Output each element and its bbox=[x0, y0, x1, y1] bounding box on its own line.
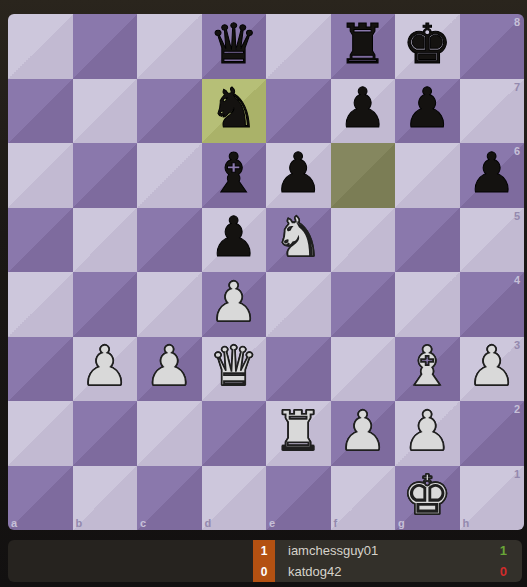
square-b3[interactable]: ♟ bbox=[73, 337, 138, 402]
players-panel: iamchessguy01 1 katdog42 0 bbox=[275, 540, 522, 582]
square-e1[interactable]: e bbox=[266, 466, 331, 531]
square-b7[interactable] bbox=[73, 79, 138, 144]
square-a5[interactable] bbox=[8, 208, 73, 273]
file-label-e: e bbox=[269, 517, 275, 529]
square-e2[interactable]: ♜ bbox=[266, 401, 331, 466]
match-score-block: 1 0 bbox=[253, 540, 275, 582]
square-e6[interactable]: ♟ bbox=[266, 143, 331, 208]
scoreboard: 1 0 iamchessguy01 1 katdog42 0 bbox=[8, 540, 522, 582]
square-b1[interactable]: b bbox=[73, 466, 138, 531]
square-d2[interactable] bbox=[202, 401, 267, 466]
rank-label-8: 8 bbox=[514, 16, 520, 28]
file-label-h: h bbox=[463, 517, 470, 529]
piece-bp-e6[interactable]: ♟ bbox=[274, 146, 323, 201]
square-c2[interactable] bbox=[137, 401, 202, 466]
piece-wp-c3[interactable]: ♟ bbox=[145, 339, 194, 394]
piece-wn-e5[interactable]: ♞ bbox=[274, 210, 323, 265]
piece-bq-d8[interactable]: ♛ bbox=[209, 17, 258, 72]
square-f7[interactable]: ♟ bbox=[331, 79, 396, 144]
square-d8[interactable]: ♛ bbox=[202, 14, 267, 79]
square-f3[interactable] bbox=[331, 337, 396, 402]
square-c5[interactable] bbox=[137, 208, 202, 273]
square-e3[interactable] bbox=[266, 337, 331, 402]
square-b2[interactable] bbox=[73, 401, 138, 466]
square-c7[interactable] bbox=[137, 79, 202, 144]
player-row-2[interactable]: katdog42 0 bbox=[275, 561, 522, 582]
square-g2[interactable]: ♟ bbox=[395, 401, 460, 466]
piece-br-f8[interactable]: ♜ bbox=[338, 17, 387, 72]
square-e8[interactable] bbox=[266, 14, 331, 79]
square-g7[interactable]: ♟ bbox=[395, 79, 460, 144]
square-d5[interactable]: ♟ bbox=[202, 208, 267, 273]
square-c3[interactable]: ♟ bbox=[137, 337, 202, 402]
square-a4[interactable] bbox=[8, 272, 73, 337]
piece-bk-g8[interactable]: ♚ bbox=[403, 17, 452, 72]
match-score-top: 1 bbox=[253, 540, 275, 561]
rank-label-5: 5 bbox=[514, 210, 520, 222]
piece-wr-e2[interactable]: ♜ bbox=[274, 404, 323, 459]
square-a7[interactable] bbox=[8, 79, 73, 144]
file-label-f: f bbox=[334, 517, 338, 529]
piece-wp-g2[interactable]: ♟ bbox=[403, 404, 452, 459]
rank-label-7: 7 bbox=[514, 81, 520, 93]
piece-bp-f7[interactable]: ♟ bbox=[338, 81, 387, 136]
player-name-1: iamchessguy01 bbox=[288, 543, 500, 558]
piece-bb-d6[interactable]: ♝ bbox=[209, 146, 258, 201]
square-a6[interactable] bbox=[8, 143, 73, 208]
square-h3[interactable]: 3♟ bbox=[460, 337, 525, 402]
piece-wp-d4[interactable]: ♟ bbox=[209, 275, 258, 330]
scoreboard-spacer bbox=[8, 540, 253, 582]
square-g1[interactable]: g♚ bbox=[395, 466, 460, 531]
square-b6[interactable] bbox=[73, 143, 138, 208]
square-f2[interactable]: ♟ bbox=[331, 401, 396, 466]
piece-wb-g3[interactable]: ♝ bbox=[403, 339, 452, 394]
square-h8[interactable]: 8 bbox=[460, 14, 525, 79]
square-f1[interactable]: f bbox=[331, 466, 396, 531]
square-g6[interactable] bbox=[395, 143, 460, 208]
file-label-b: b bbox=[76, 517, 83, 529]
square-c4[interactable] bbox=[137, 272, 202, 337]
square-a3[interactable] bbox=[8, 337, 73, 402]
square-f8[interactable]: ♜ bbox=[331, 14, 396, 79]
square-d1[interactable]: d bbox=[202, 466, 267, 531]
square-b4[interactable] bbox=[73, 272, 138, 337]
piece-bp-d5[interactable]: ♟ bbox=[209, 210, 258, 265]
square-e5[interactable]: ♞ bbox=[266, 208, 331, 273]
piece-bn-d7[interactable]: ♞ bbox=[209, 81, 258, 136]
rank-label-2: 2 bbox=[514, 403, 520, 415]
square-g4[interactable] bbox=[395, 272, 460, 337]
piece-wp-b3[interactable]: ♟ bbox=[80, 339, 129, 394]
square-a2[interactable] bbox=[8, 401, 73, 466]
piece-wp-h3[interactable]: ♟ bbox=[467, 339, 516, 394]
file-label-c: c bbox=[140, 517, 146, 529]
file-label-d: d bbox=[205, 517, 212, 529]
piece-bp-h6[interactable]: ♟ bbox=[467, 146, 516, 201]
square-g5[interactable] bbox=[395, 208, 460, 273]
square-c8[interactable] bbox=[137, 14, 202, 79]
square-d3[interactable]: ♛ bbox=[202, 337, 267, 402]
player-row-1[interactable]: iamchessguy01 1 bbox=[275, 540, 522, 561]
player-value-1: 1 bbox=[500, 543, 507, 558]
square-h7[interactable]: 7 bbox=[460, 79, 525, 144]
square-e7[interactable] bbox=[266, 79, 331, 144]
piece-wq-d3[interactable]: ♛ bbox=[209, 339, 258, 394]
square-d7[interactable]: ♞ bbox=[202, 79, 267, 144]
square-g8[interactable]: ♚ bbox=[395, 14, 460, 79]
file-label-a: a bbox=[11, 517, 17, 529]
square-f4[interactable] bbox=[331, 272, 396, 337]
square-c6[interactable] bbox=[137, 143, 202, 208]
square-d4[interactable]: ♟ bbox=[202, 272, 267, 337]
square-d6[interactable]: ♝ bbox=[202, 143, 267, 208]
square-b8[interactable] bbox=[73, 14, 138, 79]
square-h2[interactable]: 2 bbox=[460, 401, 525, 466]
square-a8[interactable] bbox=[8, 14, 73, 79]
square-h5[interactable]: 5 bbox=[460, 208, 525, 273]
square-h6[interactable]: 6♟ bbox=[460, 143, 525, 208]
square-f6[interactable] bbox=[331, 143, 396, 208]
square-b5[interactable] bbox=[73, 208, 138, 273]
piece-wp-f2[interactable]: ♟ bbox=[338, 404, 387, 459]
square-f5[interactable] bbox=[331, 208, 396, 273]
rank-label-1: 1 bbox=[514, 468, 520, 480]
square-c1[interactable]: c bbox=[137, 466, 202, 531]
match-score-bottom: 0 bbox=[253, 561, 275, 582]
player-name-2: katdog42 bbox=[288, 564, 500, 579]
square-a1[interactable]: a bbox=[8, 466, 73, 531]
player-value-2: 0 bbox=[500, 564, 507, 579]
square-h1[interactable]: h1 bbox=[460, 466, 525, 531]
chess-board[interactable]: ♛♜♚8♞♟♟7♝♟6♟♟♞5♟4♟♟♛♝3♟♜♟♟2abcdefg♚h1 bbox=[8, 14, 524, 530]
square-e4[interactable] bbox=[266, 272, 331, 337]
square-h4[interactable]: 4 bbox=[460, 272, 525, 337]
rank-label-4: 4 bbox=[514, 274, 520, 286]
piece-bp-g7[interactable]: ♟ bbox=[403, 81, 452, 136]
piece-wk-g1[interactable]: ♚ bbox=[403, 468, 452, 523]
square-g3[interactable]: ♝ bbox=[395, 337, 460, 402]
